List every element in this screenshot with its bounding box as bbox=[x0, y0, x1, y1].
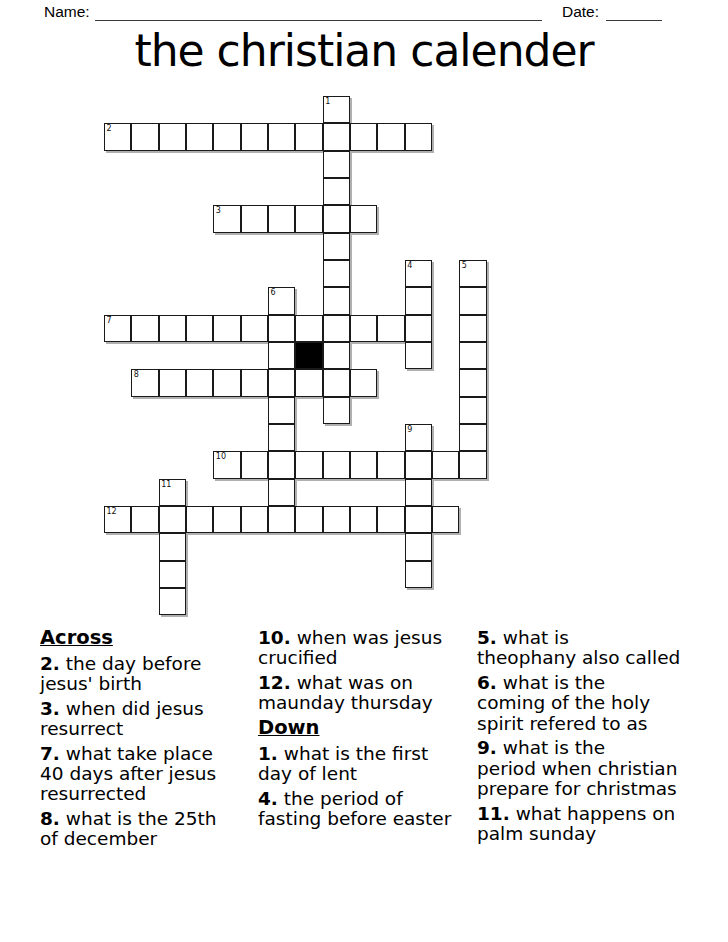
date-input-line[interactable] bbox=[606, 20, 662, 21]
grid-cell[interactable] bbox=[405, 561, 432, 588]
clue-8: 8. what is the 25thof december bbox=[40, 809, 217, 850]
grid-cell[interactable] bbox=[432, 506, 459, 533]
worksheet-page: Name: Date: the christian calender 12345… bbox=[0, 0, 728, 942]
clue-line: maunday thursday bbox=[258, 693, 451, 713]
grid-cell[interactable] bbox=[459, 451, 486, 478]
grid-cell[interactable]: 2 bbox=[104, 123, 131, 150]
cell-number: 8 bbox=[134, 370, 139, 379]
grid-cell[interactable] bbox=[323, 233, 350, 260]
grid-cell[interactable] bbox=[323, 178, 350, 205]
clue-line: prepare for christmas bbox=[477, 779, 680, 799]
clue-6: 6. what is thecoming of the holyspirit r… bbox=[477, 673, 680, 734]
grid-cell[interactable] bbox=[459, 315, 486, 342]
grid-cell[interactable] bbox=[405, 479, 432, 506]
grid-cell[interactable] bbox=[295, 315, 322, 342]
grid-cell[interactable] bbox=[213, 369, 240, 396]
grid-cell[interactable] bbox=[405, 342, 432, 369]
grid-cell[interactable] bbox=[459, 342, 486, 369]
grid-cell[interactable] bbox=[241, 205, 268, 232]
grid-cell[interactable] bbox=[405, 123, 432, 150]
grid-cell[interactable] bbox=[323, 287, 350, 314]
cell-number: 10 bbox=[216, 452, 226, 461]
clue-column-2: 10. when was jesuscrucified12. what was … bbox=[258, 628, 451, 834]
clue-number-label: 1. bbox=[258, 743, 278, 764]
cell-number: 12 bbox=[107, 507, 117, 516]
grid-cell[interactable] bbox=[268, 342, 295, 369]
grid-cell[interactable] bbox=[295, 451, 322, 478]
grid-cell[interactable] bbox=[131, 315, 158, 342]
grid-cell[interactable] bbox=[323, 506, 350, 533]
grid-cell[interactable] bbox=[268, 369, 295, 396]
clue-5: 5. what istheophany also called bbox=[477, 628, 680, 669]
cell-number: 1 bbox=[325, 97, 330, 106]
clue-number-label: 12. bbox=[258, 672, 291, 693]
cell-number: 9 bbox=[407, 425, 412, 434]
grid-cell[interactable] bbox=[459, 424, 486, 451]
grid-cell[interactable] bbox=[241, 315, 268, 342]
clues-heading-down: Down bbox=[258, 718, 451, 739]
grid-cell[interactable]: 3 bbox=[213, 205, 240, 232]
grid-cell[interactable] bbox=[186, 369, 213, 396]
clue-line: crucified bbox=[258, 648, 451, 668]
grid-cell[interactable] bbox=[377, 506, 404, 533]
clue-line: 12. what was on bbox=[258, 673, 451, 693]
grid-cell[interactable]: 4 bbox=[405, 260, 432, 287]
grid-cell[interactable] bbox=[213, 315, 240, 342]
clue-line: resurrected bbox=[40, 784, 217, 804]
clue-12: 12. what was onmaunday thursday bbox=[258, 673, 451, 714]
grid-cell[interactable] bbox=[405, 533, 432, 560]
clue-number-label: 11. bbox=[477, 803, 510, 824]
grid-cell[interactable] bbox=[323, 315, 350, 342]
cell-number: 3 bbox=[216, 206, 221, 215]
grid-cell[interactable] bbox=[323, 151, 350, 178]
grid-cell[interactable] bbox=[377, 315, 404, 342]
grid-cell[interactable] bbox=[268, 315, 295, 342]
clue-number-label: 9. bbox=[477, 737, 497, 758]
puzzle-title: the christian calender bbox=[0, 25, 728, 76]
clue-line: 8. what is the 25th bbox=[40, 809, 217, 829]
grid-cell[interactable] bbox=[323, 451, 350, 478]
grid-cell[interactable] bbox=[432, 451, 459, 478]
grid-cell[interactable] bbox=[350, 205, 377, 232]
grid-cell[interactable] bbox=[377, 451, 404, 478]
grid-cell[interactable] bbox=[323, 205, 350, 232]
grid-cell[interactable] bbox=[295, 369, 322, 396]
clue-line: spirit refered to as bbox=[477, 714, 680, 734]
grid-cell[interactable] bbox=[323, 397, 350, 424]
name-label: Name: bbox=[44, 3, 90, 21]
grid-cell[interactable]: 8 bbox=[131, 369, 158, 396]
clue-line: 5. what is bbox=[477, 628, 680, 648]
clue-line: 4. the period of bbox=[258, 789, 451, 809]
grid-cell[interactable] bbox=[350, 369, 377, 396]
clue-line: 7. what take place bbox=[40, 744, 217, 764]
clue-line: 6. what is the bbox=[477, 673, 680, 693]
grid-cell[interactable] bbox=[268, 506, 295, 533]
grid-cell[interactable] bbox=[186, 506, 213, 533]
grid-cell[interactable] bbox=[405, 287, 432, 314]
grid-cell[interactable]: 1 bbox=[323, 96, 350, 123]
cell-number: 7 bbox=[107, 316, 112, 325]
clue-line: fasting before easter bbox=[258, 809, 451, 829]
grid-cell[interactable] bbox=[377, 123, 404, 150]
cell-number: 5 bbox=[462, 261, 467, 270]
clue-number-label: 10. bbox=[258, 627, 291, 648]
name-input-line[interactable] bbox=[95, 20, 542, 21]
grid-cell[interactable] bbox=[241, 123, 268, 150]
black-cell bbox=[295, 342, 322, 369]
clue-11: 11. what happens onpalm sunday bbox=[477, 804, 680, 845]
grid-cell[interactable]: 9 bbox=[405, 424, 432, 451]
clue-line: day of lent bbox=[258, 764, 451, 784]
grid-cell[interactable] bbox=[350, 123, 377, 150]
clue-2: 2. the day beforejesus' birth bbox=[40, 654, 217, 695]
cell-number: 2 bbox=[107, 124, 112, 133]
clue-number-label: 4. bbox=[258, 788, 278, 809]
grid-cell[interactable] bbox=[350, 451, 377, 478]
grid-cell[interactable]: 7 bbox=[104, 315, 131, 342]
grid-cell[interactable] bbox=[323, 260, 350, 287]
clue-column-3: 5. what istheophany also called6. what i… bbox=[477, 628, 680, 849]
clue-line: theophany also called bbox=[477, 648, 680, 668]
clue-number-label: 5. bbox=[477, 627, 497, 648]
clue-4: 4. the period offasting before easter bbox=[258, 789, 451, 830]
clue-9: 9. what is theperiod when christianprepa… bbox=[477, 738, 680, 799]
grid-cell[interactable] bbox=[241, 506, 268, 533]
grid-cell[interactable] bbox=[295, 506, 322, 533]
clues-heading-across: Across bbox=[40, 628, 217, 649]
clue-number-label: 7. bbox=[40, 743, 60, 764]
grid-cell[interactable] bbox=[268, 397, 295, 424]
date-label: Date: bbox=[562, 3, 599, 21]
grid-cell[interactable] bbox=[459, 287, 486, 314]
grid-cell[interactable] bbox=[323, 369, 350, 396]
clue-line: 11. what happens on bbox=[477, 804, 680, 824]
grid-cell[interactable] bbox=[159, 588, 186, 615]
grid-cell[interactable] bbox=[350, 315, 377, 342]
clue-10: 10. when was jesuscrucified bbox=[258, 628, 451, 669]
grid-cell[interactable] bbox=[131, 123, 158, 150]
grid-cell[interactable] bbox=[350, 506, 377, 533]
grid-cell[interactable] bbox=[131, 506, 158, 533]
grid-cell[interactable]: 6 bbox=[268, 287, 295, 314]
grid-cell[interactable] bbox=[459, 369, 486, 396]
grid-cell[interactable]: 5 bbox=[459, 260, 486, 287]
grid-cell[interactable] bbox=[268, 451, 295, 478]
grid-cell[interactable] bbox=[213, 506, 240, 533]
clue-line: coming of the holy bbox=[477, 693, 680, 713]
grid-cell[interactable] bbox=[213, 123, 240, 150]
grid-cell[interactable] bbox=[405, 451, 432, 478]
clue-number-label: 8. bbox=[40, 808, 60, 829]
clue-line: palm sunday bbox=[477, 824, 680, 844]
grid-cell[interactable] bbox=[295, 205, 322, 232]
clue-line: 1. what is the first bbox=[258, 744, 451, 764]
clue-number-label: 3. bbox=[40, 698, 60, 719]
grid-cell[interactable] bbox=[323, 342, 350, 369]
grid-cell[interactable] bbox=[159, 123, 186, 150]
grid-cell[interactable] bbox=[159, 506, 186, 533]
grid-cell[interactable]: 11 bbox=[159, 479, 186, 506]
clue-line: 2. the day before bbox=[40, 654, 217, 674]
clue-column-1: Across2. the day beforejesus' birth3. wh… bbox=[40, 628, 217, 854]
grid-cell[interactable] bbox=[405, 315, 432, 342]
clue-line: 3. when did jesus bbox=[40, 699, 217, 719]
grid-cell[interactable] bbox=[268, 123, 295, 150]
clue-7: 7. what take place40 days after jesusres… bbox=[40, 744, 217, 805]
clue-line: 10. when was jesus bbox=[258, 628, 451, 648]
grid-cell[interactable] bbox=[159, 369, 186, 396]
clue-3: 3. when did jesusresurrect bbox=[40, 699, 217, 740]
clue-line: 40 days after jesus bbox=[40, 764, 217, 784]
grid-cell[interactable] bbox=[405, 506, 432, 533]
cell-number: 4 bbox=[407, 261, 412, 270]
cell-number: 11 bbox=[161, 480, 171, 489]
grid-cell[interactable]: 12 bbox=[104, 506, 131, 533]
grid-cell[interactable] bbox=[159, 561, 186, 588]
grid-cell[interactable] bbox=[268, 205, 295, 232]
grid-cell[interactable] bbox=[159, 533, 186, 560]
clue-number-label: 2. bbox=[40, 653, 60, 674]
grid-cell[interactable] bbox=[323, 123, 350, 150]
clue-number-label: 6. bbox=[477, 672, 497, 693]
grid-cell[interactable] bbox=[268, 479, 295, 506]
grid-cell[interactable] bbox=[459, 397, 486, 424]
clue-line: jesus' birth bbox=[40, 674, 217, 694]
clue-line: of december bbox=[40, 829, 217, 849]
grid-cell[interactable] bbox=[295, 123, 322, 150]
crossword-grid: 123456789101112 bbox=[104, 96, 488, 616]
grid-cell[interactable] bbox=[186, 315, 213, 342]
grid-cell[interactable]: 10 bbox=[213, 451, 240, 478]
grid-cell[interactable] bbox=[159, 315, 186, 342]
clue-1: 1. what is the firstday of lent bbox=[258, 744, 451, 785]
grid-cell[interactable] bbox=[186, 123, 213, 150]
cell-number: 6 bbox=[270, 288, 275, 297]
clue-line: period when christian bbox=[477, 759, 680, 779]
grid-cell[interactable] bbox=[241, 369, 268, 396]
clue-line: resurrect bbox=[40, 719, 217, 739]
clue-line: 9. what is the bbox=[477, 738, 680, 758]
grid-cell[interactable] bbox=[268, 424, 295, 451]
grid-cell[interactable] bbox=[241, 451, 268, 478]
